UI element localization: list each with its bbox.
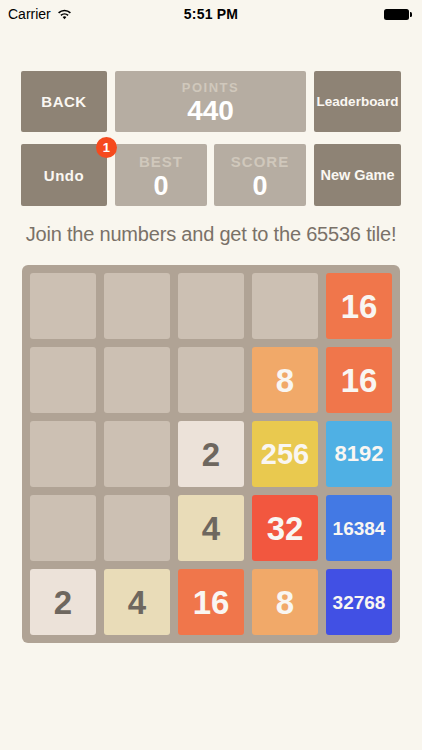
header: BACK POINTS 440 Leaderboard Undo 1 BEST …: [21, 71, 401, 206]
score-box: SCORE 0: [214, 144, 306, 206]
points-label: POINTS: [182, 80, 239, 95]
undo-label: Undo: [44, 167, 84, 184]
tile-16384: 16384: [326, 495, 392, 561]
best-box: BEST 0: [115, 144, 207, 206]
tile-256: 256: [252, 421, 318, 487]
best-label: BEST: [139, 153, 183, 170]
undo-button[interactable]: Undo 1: [21, 144, 107, 206]
battery-icon: [384, 9, 412, 20]
carrier-label: Carrier: [8, 6, 51, 22]
tile-16: 16: [326, 347, 392, 413]
empty-cell: [252, 273, 318, 339]
empty-cell: [178, 273, 244, 339]
tile-4: 4: [104, 569, 170, 635]
empty-cell: [30, 347, 96, 413]
tile-16: 16: [326, 273, 392, 339]
empty-cell: [104, 347, 170, 413]
points-value: 440: [187, 97, 234, 125]
tile-2: 2: [30, 569, 96, 635]
empty-cell: [30, 495, 96, 561]
clock: 5:51 PM: [128, 6, 294, 22]
back-button[interactable]: BACK: [21, 71, 107, 132]
new-game-button[interactable]: New Game: [314, 144, 401, 206]
leaderboard-button[interactable]: Leaderboard: [314, 71, 401, 132]
score-value: 0: [252, 172, 267, 200]
tile-32: 32: [252, 495, 318, 561]
undo-badge: 1: [96, 137, 117, 158]
tagline: Join the numbers and get to the 65536 ti…: [0, 223, 422, 246]
tile-16: 16: [178, 569, 244, 635]
empty-cell: [30, 421, 96, 487]
board[interactable]: 1681622568192432163842416832768: [22, 265, 400, 643]
wifi-icon: [56, 8, 73, 21]
tile-8: 8: [252, 347, 318, 413]
tile-32768: 32768: [326, 569, 392, 635]
status-bar: Carrier 5:51 PM: [0, 0, 422, 24]
points-box: POINTS 440: [115, 71, 306, 132]
best-value: 0: [153, 172, 168, 200]
tile-4: 4: [178, 495, 244, 561]
tile-2: 2: [178, 421, 244, 487]
empty-cell: [104, 495, 170, 561]
score-label: SCORE: [231, 153, 289, 170]
tile-8: 8: [252, 569, 318, 635]
empty-cell: [104, 273, 170, 339]
tile-8192: 8192: [326, 421, 392, 487]
empty-cell: [104, 421, 170, 487]
empty-cell: [178, 347, 244, 413]
empty-cell: [30, 273, 96, 339]
